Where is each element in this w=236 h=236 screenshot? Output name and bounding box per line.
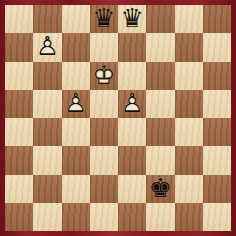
- square-g8[interactable]: [175, 5, 203, 33]
- black-queen-glyph: ♛: [92, 5, 115, 31]
- square-b7[interactable]: ♟♙: [33, 33, 61, 61]
- piece-white-pawn-b7[interactable]: ♟♙: [33, 33, 61, 61]
- square-h2[interactable]: [203, 175, 231, 203]
- chess-board: ♛♛♟♙♚♔♟♙♟♙♚: [5, 5, 231, 231]
- square-a6[interactable]: [5, 62, 33, 90]
- square-e2[interactable]: [118, 175, 146, 203]
- white-pawn-outline-glyph: ♙: [36, 33, 59, 59]
- square-b3[interactable]: [33, 146, 61, 174]
- square-a8[interactable]: [5, 5, 33, 33]
- square-a2[interactable]: [5, 175, 33, 203]
- square-g2[interactable]: [175, 175, 203, 203]
- square-g1[interactable]: [175, 203, 203, 231]
- square-g7[interactable]: [175, 33, 203, 61]
- square-f1[interactable]: [146, 203, 174, 231]
- square-a7[interactable]: [5, 33, 33, 61]
- square-f2[interactable]: ♚: [146, 175, 174, 203]
- square-h7[interactable]: [203, 33, 231, 61]
- piece-white-king-d6[interactable]: ♚♔: [90, 62, 118, 90]
- square-h6[interactable]: [203, 62, 231, 90]
- square-g6[interactable]: [175, 62, 203, 90]
- square-a4[interactable]: [5, 118, 33, 146]
- square-h3[interactable]: [203, 146, 231, 174]
- square-e7[interactable]: [118, 33, 146, 61]
- square-h8[interactable]: [203, 5, 231, 33]
- square-e8[interactable]: ♛: [118, 5, 146, 33]
- square-c8[interactable]: [62, 5, 90, 33]
- square-h1[interactable]: [203, 203, 231, 231]
- piece-white-pawn-e5[interactable]: ♟♙: [118, 90, 146, 118]
- square-h4[interactable]: [203, 118, 231, 146]
- square-g5[interactable]: [175, 90, 203, 118]
- square-a1[interactable]: [5, 203, 33, 231]
- square-c1[interactable]: [62, 203, 90, 231]
- piece-white-pawn-c5[interactable]: ♟♙: [62, 90, 90, 118]
- square-b1[interactable]: [33, 203, 61, 231]
- square-f8[interactable]: [146, 5, 174, 33]
- square-a3[interactable]: [5, 146, 33, 174]
- square-b6[interactable]: [33, 62, 61, 90]
- square-d5[interactable]: [90, 90, 118, 118]
- square-b4[interactable]: [33, 118, 61, 146]
- square-c3[interactable]: [62, 146, 90, 174]
- white-king-outline-glyph: ♔: [92, 62, 115, 88]
- square-e4[interactable]: [118, 118, 146, 146]
- piece-black-queen-d8[interactable]: ♛: [90, 5, 118, 33]
- piece-black-king-f2[interactable]: ♚: [146, 175, 174, 203]
- square-f5[interactable]: [146, 90, 174, 118]
- square-c6[interactable]: [62, 62, 90, 90]
- square-d6[interactable]: ♚♔: [90, 62, 118, 90]
- square-c4[interactable]: [62, 118, 90, 146]
- black-king-glyph: ♚: [149, 175, 172, 201]
- square-f4[interactable]: [146, 118, 174, 146]
- square-c5[interactable]: ♟♙: [62, 90, 90, 118]
- square-g4[interactable]: [175, 118, 203, 146]
- square-d4[interactable]: [90, 118, 118, 146]
- square-e1[interactable]: [118, 203, 146, 231]
- square-f3[interactable]: [146, 146, 174, 174]
- square-d8[interactable]: ♛: [90, 5, 118, 33]
- black-queen-glyph: ♛: [120, 5, 143, 31]
- square-c2[interactable]: [62, 175, 90, 203]
- square-e5[interactable]: ♟♙: [118, 90, 146, 118]
- square-f6[interactable]: [146, 62, 174, 90]
- square-g3[interactable]: [175, 146, 203, 174]
- square-c7[interactable]: [62, 33, 90, 61]
- square-d2[interactable]: [90, 175, 118, 203]
- square-a5[interactable]: [5, 90, 33, 118]
- square-e6[interactable]: [118, 62, 146, 90]
- white-pawn-outline-glyph: ♙: [120, 90, 143, 116]
- square-d1[interactable]: [90, 203, 118, 231]
- square-d7[interactable]: [90, 33, 118, 61]
- square-b8[interactable]: [33, 5, 61, 33]
- square-b2[interactable]: [33, 175, 61, 203]
- piece-black-queen-e8[interactable]: ♛: [118, 5, 146, 33]
- square-f7[interactable]: [146, 33, 174, 61]
- square-d3[interactable]: [90, 146, 118, 174]
- white-pawn-outline-glyph: ♙: [64, 90, 87, 116]
- board-frame: ♛♛♟♙♚♔♟♙♟♙♚: [0, 0, 236, 236]
- square-e3[interactable]: [118, 146, 146, 174]
- square-b5[interactable]: [33, 90, 61, 118]
- square-h5[interactable]: [203, 90, 231, 118]
